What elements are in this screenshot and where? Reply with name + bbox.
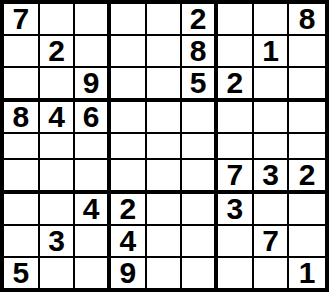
- sudoku-cell-r1c1[interactable]: 7: [4, 4, 40, 36]
- sudoku-cell-r8c3[interactable]: [75, 226, 111, 258]
- sudoku-cell-r3c6[interactable]: 5: [182, 68, 218, 102]
- sudoku-cell-r5c7[interactable]: [218, 134, 254, 160]
- sudoku-cell-r7c5[interactable]: [147, 194, 183, 226]
- sudoku-cell-r2c2[interactable]: 2: [40, 36, 76, 68]
- sudoku-cell-r9c8[interactable]: [254, 258, 290, 288]
- sudoku-cell-r4c6[interactable]: [182, 102, 218, 134]
- sudoku-cell-r4c3[interactable]: 6: [75, 102, 111, 134]
- sudoku-cell-r6c6[interactable]: [182, 160, 218, 194]
- sudoku-cell-r8c7[interactable]: [218, 226, 254, 258]
- sudoku-cell-r1c7[interactable]: [218, 4, 254, 36]
- sudoku-cell-r5c1[interactable]: [4, 134, 40, 160]
- sudoku-cell-r9c3[interactable]: [75, 258, 111, 288]
- sudoku-cell-r9c4[interactable]: 9: [111, 258, 147, 288]
- given-digit: 2: [119, 194, 136, 224]
- sudoku-cell-r3c8[interactable]: [254, 68, 290, 102]
- sudoku-cell-r2c7[interactable]: [218, 36, 254, 68]
- given-digit: 1: [262, 36, 279, 66]
- given-digit: 8: [190, 36, 207, 66]
- sudoku-cell-r1c3[interactable]: [75, 4, 111, 36]
- sudoku-cell-r1c6[interactable]: 2: [182, 4, 218, 36]
- given-digit: 4: [48, 102, 65, 132]
- sudoku-cell-r1c4[interactable]: [111, 4, 147, 36]
- sudoku-cell-r2c4[interactable]: [111, 36, 147, 68]
- sudoku-cell-r3c2[interactable]: [40, 68, 76, 102]
- sudoku-cell-r3c4[interactable]: [111, 68, 147, 102]
- given-digit: 8: [299, 4, 316, 34]
- sudoku-cell-r2c9[interactable]: [289, 36, 325, 68]
- sudoku-cell-r7c4[interactable]: 2: [111, 194, 147, 226]
- sudoku-cell-r8c8[interactable]: 7: [254, 226, 290, 258]
- given-digit: 3: [48, 226, 65, 256]
- given-digit: 9: [119, 258, 136, 288]
- sudoku-cell-r9c6[interactable]: [182, 258, 218, 288]
- sudoku-cell-r4c7[interactable]: [218, 102, 254, 134]
- sudoku-cell-r9c1[interactable]: 5: [4, 258, 40, 288]
- sudoku-cell-r5c2[interactable]: [40, 134, 76, 160]
- sudoku-cell-r1c5[interactable]: [147, 4, 183, 36]
- sudoku-cell-r5c3[interactable]: [75, 134, 111, 160]
- sudoku-cell-r3c1[interactable]: [4, 68, 40, 102]
- sudoku-cell-r3c7[interactable]: 2: [218, 68, 254, 102]
- given-digit: 3: [262, 160, 279, 190]
- sudoku-cell-r8c4[interactable]: 4: [111, 226, 147, 258]
- sudoku-cell-r6c2[interactable]: [40, 160, 76, 194]
- sudoku-cell-r8c2[interactable]: 3: [40, 226, 76, 258]
- given-digit: 2: [226, 68, 243, 98]
- sudoku-cell-r4c8[interactable]: [254, 102, 290, 134]
- given-digit: 4: [83, 194, 100, 224]
- given-digit: 4: [119, 226, 136, 256]
- given-digit: 6: [83, 102, 100, 132]
- sudoku-cell-r8c5[interactable]: [147, 226, 183, 258]
- given-digit: 9: [83, 68, 100, 98]
- sudoku-cell-r4c5[interactable]: [147, 102, 183, 134]
- given-digit: 5: [190, 68, 207, 98]
- sudoku-cell-r3c9[interactable]: [289, 68, 325, 102]
- sudoku-cell-r5c9[interactable]: [289, 134, 325, 160]
- sudoku-cell-r6c4[interactable]: [111, 160, 147, 194]
- sudoku-cell-r2c6[interactable]: 8: [182, 36, 218, 68]
- sudoku-cell-r7c9[interactable]: [289, 194, 325, 226]
- sudoku-cell-r1c9[interactable]: 8: [289, 4, 325, 36]
- given-digit: 3: [226, 194, 243, 224]
- sudoku-cell-r5c8[interactable]: [254, 134, 290, 160]
- given-digit: 8: [12, 102, 29, 132]
- sudoku-cell-r2c5[interactable]: [147, 36, 183, 68]
- sudoku-cell-r9c9[interactable]: 1: [289, 258, 325, 288]
- sudoku-cell-r4c4[interactable]: [111, 102, 147, 134]
- given-digit: 2: [190, 4, 207, 34]
- sudoku-cell-r8c6[interactable]: [182, 226, 218, 258]
- sudoku-cell-r5c5[interactable]: [147, 134, 183, 160]
- sudoku-cell-r4c2[interactable]: 4: [40, 102, 76, 134]
- sudoku-cell-r6c7[interactable]: 7: [218, 160, 254, 194]
- sudoku-cell-r7c8[interactable]: [254, 194, 290, 226]
- sudoku-cell-r9c5[interactable]: [147, 258, 183, 288]
- sudoku-cell-r6c8[interactable]: 3: [254, 160, 290, 194]
- sudoku-cell-r1c2[interactable]: [40, 4, 76, 36]
- given-digit: 5: [12, 258, 29, 288]
- sudoku-cell-r7c7[interactable]: 3: [218, 194, 254, 226]
- given-digit: 1: [299, 258, 316, 288]
- sudoku-cell-r7c2[interactable]: [40, 194, 76, 226]
- sudoku-cell-r2c8[interactable]: 1: [254, 36, 290, 68]
- sudoku-cell-r8c1[interactable]: [4, 226, 40, 258]
- sudoku-cell-r2c1[interactable]: [4, 36, 40, 68]
- sudoku-cell-r7c3[interactable]: 4: [75, 194, 111, 226]
- sudoku-cell-r5c6[interactable]: [182, 134, 218, 160]
- sudoku-cell-r2c3[interactable]: [75, 36, 111, 68]
- given-digit: 7: [12, 4, 29, 34]
- sudoku-cell-r6c3[interactable]: [75, 160, 111, 194]
- sudoku-cell-r8c9[interactable]: [289, 226, 325, 258]
- given-digit: 7: [226, 160, 243, 190]
- sudoku-cell-r6c5[interactable]: [147, 160, 183, 194]
- given-digit: 2: [299, 160, 316, 190]
- sudoku-cell-r4c9[interactable]: [289, 102, 325, 134]
- sudoku-cell-r9c7[interactable]: [218, 258, 254, 288]
- given-digit: 2: [48, 36, 65, 66]
- sudoku-cell-r4c1[interactable]: 8: [4, 102, 40, 134]
- sudoku-cell-r1c8[interactable]: [254, 4, 290, 36]
- given-digit: 7: [262, 226, 279, 256]
- sudoku-cell-r3c3[interactable]: 9: [75, 68, 111, 102]
- sudoku-cell-r3c5[interactable]: [147, 68, 183, 102]
- sudoku-cell-r7c6[interactable]: [182, 194, 218, 226]
- sudoku-cell-r7c1[interactable]: [4, 194, 40, 226]
- sudoku-cell-r9c2[interactable]: [40, 258, 76, 288]
- sudoku-cell-r6c9[interactable]: 2: [289, 160, 325, 194]
- sudoku-board: 728281952846732423347591: [0, 0, 329, 292]
- sudoku-cell-r5c4[interactable]: [111, 134, 147, 160]
- sudoku-cell-r6c1[interactable]: [4, 160, 40, 194]
